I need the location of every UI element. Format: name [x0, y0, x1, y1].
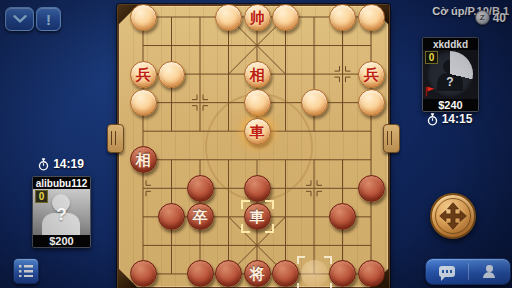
piece-r0f3-covered[interactable] — [215, 4, 242, 31]
move-medallion-button[interactable] — [430, 193, 476, 239]
red-flag-icon — [425, 86, 435, 97]
piece-r7f2-revealed[interactable]: 卒 — [187, 203, 214, 230]
last-move-origin-marker — [301, 260, 328, 287]
player-name-left: alibubu112 — [33, 177, 90, 189]
piece-r9f2-covered[interactable] — [187, 260, 214, 287]
clock-left-time: 14:19 — [53, 157, 84, 171]
chat-bubble-icon — [439, 266, 455, 277]
piece-r2f8-revealed[interactable]: 兵 — [358, 61, 385, 88]
bet-amount: Z 40 — [475, 10, 506, 25]
stopwatch-icon — [38, 158, 49, 171]
piece-r4f4-revealed[interactable]: 車 — [244, 118, 271, 145]
piece-r6f4-covered[interactable] — [244, 175, 271, 202]
board-handle-right[interactable] — [383, 124, 400, 153]
coin-icon: Z — [475, 10, 490, 25]
piece-r3f6-covered[interactable] — [301, 89, 328, 116]
chat-button[interactable] — [426, 259, 468, 284]
exclamation-icon: ! — [46, 11, 51, 28]
stopwatch-icon — [427, 113, 438, 126]
piece-r0f4-revealed[interactable]: 帅 — [244, 4, 271, 31]
chat-profile-bar — [425, 258, 511, 285]
player-card-left[interactable]: alibubu112 0 ? $200 — [32, 176, 91, 248]
menu-button[interactable] — [13, 258, 39, 284]
player-name-right: xkddkd — [423, 38, 478, 50]
player-card-right[interactable]: xkddkd 0 ? $240 — [422, 37, 479, 112]
piece-r0f8-covered[interactable] — [358, 4, 385, 31]
piece-r9f0-covered[interactable] — [130, 260, 157, 287]
profile-button[interactable] — [469, 259, 511, 284]
alert-button[interactable]: ! — [36, 7, 61, 31]
clock-right: 14:15 — [422, 112, 477, 126]
piece-r2f1-covered[interactable] — [158, 61, 185, 88]
player-money-right: $240 — [423, 99, 478, 111]
bet-value: 40 — [493, 11, 506, 25]
list-icon — [19, 265, 33, 277]
piece-r0f5-covered[interactable] — [272, 4, 299, 31]
piece-r3f8-covered[interactable] — [358, 89, 385, 116]
clock-right-time: 14:15 — [442, 112, 473, 126]
person-icon — [481, 265, 497, 278]
piece-r2f0-revealed[interactable]: 兵 — [130, 61, 157, 88]
piece-r3f0-covered[interactable] — [130, 89, 157, 116]
piece-r6f8-covered[interactable] — [358, 175, 385, 202]
piece-r0f0-covered[interactable] — [130, 4, 157, 31]
player-money-left: $200 — [33, 235, 90, 247]
board-handle-left[interactable] — [107, 124, 124, 153]
collapse-button[interactable] — [5, 7, 34, 31]
piece-r7f4-revealed[interactable]: 車 — [244, 203, 271, 230]
piece-r0f7-covered[interactable] — [329, 4, 356, 31]
score-badge-left: 0 — [35, 190, 48, 203]
clock-left: 14:19 — [33, 157, 89, 171]
piece-r9f4-revealed[interactable]: 将 — [244, 260, 271, 287]
piece-r9f8-covered[interactable] — [358, 260, 385, 287]
piece-r6f2-covered[interactable] — [187, 175, 214, 202]
piece-r5f0-revealed[interactable]: 相 — [130, 146, 157, 173]
chevron-down-icon — [12, 14, 28, 24]
xiangqi-board[interactable]: 帅兵相兵車相卒車将 — [117, 4, 390, 288]
piece-r3f4-covered[interactable] — [244, 89, 271, 116]
score-badge-right: 0 — [425, 51, 438, 64]
hidden-avatar-question: ? — [33, 205, 90, 225]
four-way-arrow-icon — [438, 201, 468, 231]
piece-r2f4-revealed[interactable]: 相 — [244, 61, 271, 88]
game-screen: ! Cờ úp/P.10/B.1 Z 40 xkddkd 0 ? $240 — [0, 0, 512, 288]
